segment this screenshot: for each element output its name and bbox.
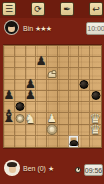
board-cell[interactable] [36, 113, 47, 124]
piece-white-plate-disc[interactable] [46, 124, 57, 135]
board-cell[interactable] [4, 57, 15, 68]
board-cell[interactable] [36, 68, 47, 79]
opponent-bar: Bin ★★★ 10:00 [0, 18, 104, 40]
player-clock-value: 09:56 [85, 167, 103, 174]
board-cell[interactable] [69, 57, 80, 68]
avatar-hair [7, 162, 18, 167]
opponent-difficulty-stars: ★★★ [35, 25, 51, 32]
piece-white-flat-gold-piece[interactable] [47, 71, 56, 78]
board-cell[interactable] [36, 91, 47, 102]
opponent-avatar[interactable] [4, 20, 19, 35]
board-cell[interactable] [47, 91, 58, 102]
board-cell[interactable] [36, 102, 47, 113]
board-cell[interactable] [58, 80, 69, 91]
opponent-clock: 10:00 [86, 22, 104, 35]
board-cell[interactable] [36, 136, 47, 147]
piece-black-disc-general[interactable] [91, 91, 100, 100]
piece-black-pawn[interactable]: ♟ [36, 55, 47, 67]
board-cell[interactable] [47, 136, 58, 147]
opponent-name: Bin ★★★ [23, 25, 51, 33]
board-cell[interactable] [36, 125, 47, 136]
player-name-text: Ben (0) ★ [23, 165, 54, 172]
board-cell[interactable]: ♝ [4, 113, 15, 124]
new-game-button[interactable]: ⟳ [31, 2, 45, 16]
player-avatar[interactable] [4, 160, 20, 176]
board-cell[interactable] [58, 91, 69, 102]
board-cell[interactable] [79, 46, 90, 57]
board-cell[interactable] [15, 57, 26, 68]
piece-black-pawn[interactable]: ♟ [25, 89, 36, 101]
shogi-board: ♟♟♟♟♝♞♟♛♛ [3, 45, 102, 148]
player-bar: Ben (0) ★ 09:56 [0, 152, 104, 184]
board-cell[interactable] [90, 46, 101, 57]
board-cell[interactable] [69, 91, 80, 102]
quill-icon: ✒ [63, 5, 71, 14]
piece-white-ring-disc-general[interactable] [15, 114, 24, 123]
board-cell[interactable] [58, 125, 69, 136]
board-cell[interactable] [15, 46, 26, 57]
piece-white-chalice-piece[interactable]: ♛ [90, 123, 102, 136]
shogi-app-screen: { "game": "shogi (9x9 board, westernized… [0, 0, 104, 184]
refresh-icon: ⟳ [34, 5, 42, 14]
hamburger-icon: ☰ [5, 5, 13, 14]
board-cell[interactable] [69, 136, 80, 147]
board-cell[interactable] [90, 91, 101, 102]
board-cell[interactable] [15, 80, 26, 91]
board-cell[interactable] [15, 91, 26, 102]
board-cell[interactable]: ♟ [26, 91, 37, 102]
board-cell[interactable] [90, 68, 101, 79]
board-cell[interactable] [79, 125, 90, 136]
board-cell[interactable]: ♞ [26, 113, 37, 124]
board-cell[interactable] [79, 57, 90, 68]
board-cell[interactable] [69, 46, 80, 57]
board-cell[interactable] [90, 136, 101, 147]
board-cell[interactable] [58, 113, 69, 124]
board-cell[interactable] [69, 113, 80, 124]
player-clock: 09:56 [84, 164, 103, 176]
board-cell[interactable] [58, 57, 69, 68]
toolbar: ☰ ⟳ ✒ ↩ [0, 0, 104, 18]
piece-black-dome-piece-selected-[interactable] [69, 140, 78, 146]
board-cell[interactable] [58, 136, 69, 147]
board-cell[interactable] [26, 57, 37, 68]
board-cell[interactable] [58, 102, 69, 113]
annotate-button[interactable]: ✒ [60, 2, 74, 16]
board-cell[interactable] [4, 68, 15, 79]
board-cell[interactable] [69, 125, 80, 136]
piece-black-disc-general[interactable] [80, 80, 89, 89]
board-cell[interactable] [79, 102, 90, 113]
piece-white-knight[interactable]: ♞ [25, 112, 37, 125]
piece-black-pawn[interactable]: ♟ [3, 89, 14, 101]
board-cell[interactable]: ♟ [4, 91, 15, 102]
avatar-hair [7, 22, 17, 28]
board-cell[interactable] [69, 102, 80, 113]
board-cell[interactable] [47, 46, 58, 57]
board-cell[interactable] [79, 80, 90, 91]
piece-black-bishop[interactable]: ♝ [1, 108, 16, 125]
board-cell[interactable] [58, 68, 69, 79]
board-cell[interactable] [79, 68, 90, 79]
board-cell[interactable] [4, 136, 15, 147]
board-cell[interactable] [47, 125, 58, 136]
board-cell[interactable] [15, 125, 26, 136]
board-cell[interactable] [69, 68, 80, 79]
board-cell[interactable] [26, 125, 37, 136]
board-cell[interactable] [4, 125, 15, 136]
board-cell[interactable] [26, 136, 37, 147]
board-cell[interactable]: ♛ [90, 125, 101, 136]
board-cell[interactable] [36, 80, 47, 91]
piece-black-disc-general[interactable] [15, 102, 24, 111]
board-cell[interactable] [79, 136, 90, 147]
undo-button[interactable]: ↩ [89, 2, 103, 16]
piece-white-pawn[interactable]: ♟ [47, 113, 57, 124]
clock-icon [75, 167, 81, 173]
board-cell[interactable] [58, 46, 69, 57]
board-cell[interactable] [69, 80, 80, 91]
board-cell[interactable]: ♟ [36, 57, 47, 68]
board-cell[interactable] [79, 113, 90, 124]
board-cell[interactable] [26, 46, 37, 57]
player-name: Ben (0) ★ [23, 165, 54, 173]
board-cell[interactable] [90, 80, 101, 91]
opponent-clock-value: 10:00 [87, 25, 104, 32]
board-cell[interactable] [47, 57, 58, 68]
board-cell[interactable] [47, 80, 58, 91]
board-cell[interactable] [15, 136, 26, 147]
menu-button[interactable]: ☰ [2, 2, 16, 16]
opponent-name-text: Bin [23, 25, 33, 32]
board-cell[interactable] [4, 46, 15, 57]
board-cell[interactable] [90, 57, 101, 68]
board-cell[interactable] [47, 68, 58, 79]
board-cell[interactable] [79, 91, 90, 102]
undo-icon: ↩ [92, 5, 100, 14]
board-cell[interactable] [15, 68, 26, 79]
